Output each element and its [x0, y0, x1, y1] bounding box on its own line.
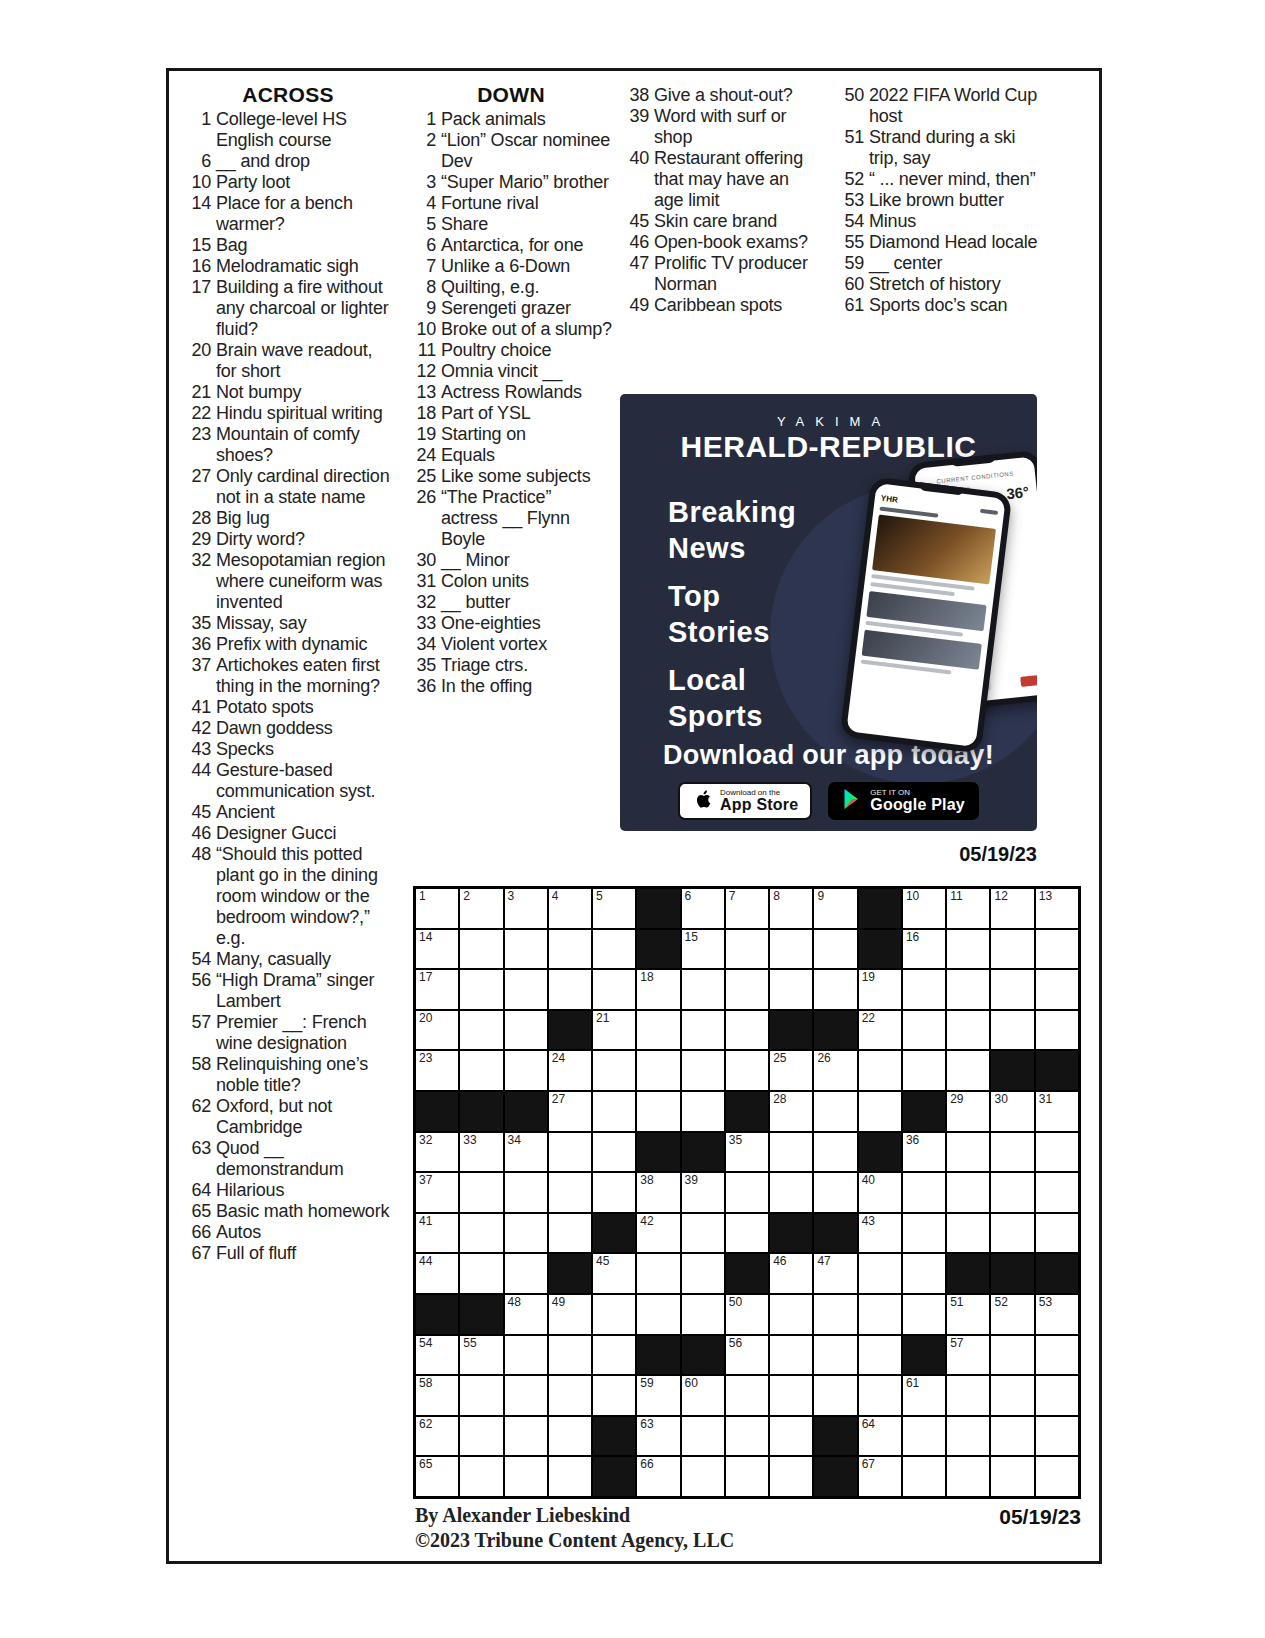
- cell-r6c10[interactable]: [814, 1092, 856, 1131]
- google-play-badge[interactable]: GET IT ON Google Play: [828, 782, 979, 820]
- cell-r8c3[interactable]: [505, 1173, 547, 1212]
- cell-r5c8[interactable]: [726, 1051, 768, 1090]
- cell-number: 51: [950, 1296, 963, 1309]
- cell-r4c14[interactable]: [991, 1011, 1033, 1050]
- cell-r15c12[interactable]: [903, 1457, 945, 1496]
- cell-r7c9[interactable]: [770, 1133, 812, 1172]
- clue-54: 54Many, casually: [185, 949, 391, 970]
- cell-number: 41: [419, 1215, 432, 1228]
- cell-r7c10[interactable]: [814, 1133, 856, 1172]
- cell-r3c5[interactable]: [593, 970, 635, 1009]
- cell-r1c3[interactable]: 3: [505, 889, 547, 928]
- cell-r13c2[interactable]: [460, 1376, 502, 1415]
- cell-r11c8[interactable]: 50: [726, 1295, 768, 1334]
- cell-r11c10[interactable]: [814, 1295, 856, 1334]
- cell-r5c11[interactable]: [859, 1051, 901, 1090]
- cell-r8c12[interactable]: [903, 1173, 945, 1212]
- cell-r2c13[interactable]: [947, 930, 989, 969]
- clue-text: Missay, say: [216, 613, 391, 634]
- cell-r4c12[interactable]: [903, 1011, 945, 1050]
- black-cell-r10c8: [726, 1254, 768, 1293]
- cell-r4c13[interactable]: [947, 1011, 989, 1050]
- cell-r6c7[interactable]: [682, 1092, 724, 1131]
- black-cell-r1c11: [859, 889, 901, 928]
- clue-text: __ Minor: [441, 550, 612, 571]
- clue-number: 6: [410, 235, 441, 256]
- cell-number: 49: [552, 1296, 565, 1309]
- cell-number: 40: [862, 1174, 875, 1187]
- cell-r12c10[interactable]: [814, 1336, 856, 1375]
- clue-number: 19: [410, 424, 441, 445]
- cell-r5c7[interactable]: [682, 1051, 724, 1090]
- clue-text: Bag: [216, 235, 391, 256]
- cell-r3c4[interactable]: [549, 970, 591, 1009]
- cell-r7c4[interactable]: [549, 1133, 591, 1172]
- cell-r9c11[interactable]: 43: [859, 1214, 901, 1253]
- cell-r4c5[interactable]: 21: [593, 1011, 635, 1050]
- clue-62: 62Oxford, but not Cambridge: [185, 1096, 391, 1138]
- cell-r6c14[interactable]: 30: [991, 1092, 1033, 1131]
- clue-55: 55Diamond Head locale: [838, 232, 1038, 253]
- cell-r11c13[interactable]: 51: [947, 1295, 989, 1334]
- cell-r14c8[interactable]: [726, 1417, 768, 1456]
- puzzle-date-bottom: 05/19/23: [414, 1505, 1081, 1529]
- clue-25: 25Like some subjects: [410, 466, 612, 487]
- down-header: DOWN: [410, 83, 612, 107]
- clue-text: Poultry choice: [441, 340, 612, 361]
- cell-r12c1[interactable]: 54: [416, 1336, 458, 1375]
- cell-r1c13[interactable]: 11: [947, 889, 989, 928]
- cell-r13c9[interactable]: [770, 1376, 812, 1415]
- cell-r1c5[interactable]: 5: [593, 889, 635, 928]
- clue-46: 46Designer Gucci: [185, 823, 391, 844]
- cell-r8c5[interactable]: [593, 1173, 635, 1212]
- cell-r8c6[interactable]: 38: [637, 1173, 679, 1212]
- cell-number: 33: [463, 1134, 476, 1147]
- cell-r9c13[interactable]: [947, 1214, 989, 1253]
- cell-r11c7[interactable]: [682, 1295, 724, 1334]
- clue-8: 8Quilting, e.g.: [410, 277, 612, 298]
- clue-32: 32Mesopotamian region where cuneiform wa…: [185, 550, 391, 613]
- clue-number: 10: [410, 319, 441, 340]
- clue-text: Prefix with dynamic: [216, 634, 391, 655]
- clue-18: 18Part of YSL: [410, 403, 612, 424]
- clue-number: 67: [185, 1243, 216, 1264]
- cell-r1c9[interactable]: 8: [770, 889, 812, 928]
- black-cell-r11c1: [416, 1295, 458, 1334]
- cell-r2c2[interactable]: [460, 930, 502, 969]
- cell-r15c7[interactable]: [682, 1457, 724, 1496]
- cell-r8c9[interactable]: [770, 1173, 812, 1212]
- cell-r12c15[interactable]: [1036, 1336, 1078, 1375]
- clue-number: 41: [185, 697, 216, 718]
- cell-r7c15[interactable]: [1036, 1133, 1078, 1172]
- cell-r10c7[interactable]: [682, 1254, 724, 1293]
- cell-r9c8[interactable]: [726, 1214, 768, 1253]
- cell-r1c8[interactable]: 7: [726, 889, 768, 928]
- cell-r12c14[interactable]: [991, 1336, 1033, 1375]
- cell-r6c9[interactable]: 28: [770, 1092, 812, 1131]
- cell-r2c8[interactable]: [726, 930, 768, 969]
- cell-r11c4[interactable]: 49: [549, 1295, 591, 1334]
- clue-text: Strand during a ski trip, say: [869, 127, 1038, 169]
- cell-r9c4[interactable]: [549, 1214, 591, 1253]
- cell-r13c5[interactable]: [593, 1376, 635, 1415]
- cell-number: 64: [862, 1418, 875, 1431]
- cell-r9c2[interactable]: [460, 1214, 502, 1253]
- clue-text: Open-book exams?: [654, 232, 823, 253]
- cell-r11c9[interactable]: [770, 1295, 812, 1334]
- cell-r6c13[interactable]: 29: [947, 1092, 989, 1131]
- cell-r15c14[interactable]: [991, 1457, 1033, 1496]
- cell-number: 25: [773, 1052, 786, 1065]
- clue-53: 53Like brown butter: [838, 190, 1038, 211]
- clue-61: 61Sports doc’s scan: [838, 295, 1038, 316]
- clue-43: 43Specks: [185, 739, 391, 760]
- cell-r5c4[interactable]: 24: [549, 1051, 591, 1090]
- cell-r2c14[interactable]: [991, 930, 1033, 969]
- cell-r6c4[interactable]: 27: [549, 1092, 591, 1131]
- cell-r10c12[interactable]: [903, 1254, 945, 1293]
- cell-number: 23: [419, 1052, 432, 1065]
- cell-r6c5[interactable]: [593, 1092, 635, 1131]
- clue-4: 4Fortune rival: [410, 193, 612, 214]
- clue-number: 40: [623, 148, 654, 211]
- cell-r15c8[interactable]: [726, 1457, 768, 1496]
- cell-r3c12[interactable]: [903, 970, 945, 1009]
- cell-r10c1[interactable]: 44: [416, 1254, 458, 1293]
- cell-r7c5[interactable]: [593, 1133, 635, 1172]
- cell-r5c1[interactable]: 23: [416, 1051, 458, 1090]
- clue-16: 16Melodramatic sigh: [185, 256, 391, 277]
- cell-r7c3[interactable]: 34: [505, 1133, 547, 1172]
- cell-r12c13[interactable]: 57: [947, 1336, 989, 1375]
- black-cell-r12c7: [682, 1336, 724, 1375]
- cell-r12c2[interactable]: 55: [460, 1336, 502, 1375]
- cell-r10c3[interactable]: [505, 1254, 547, 1293]
- cell-r6c11[interactable]: [859, 1092, 901, 1131]
- clue-34: 34Violent vortex: [410, 634, 612, 655]
- cell-r4c1[interactable]: 20: [416, 1011, 458, 1050]
- cell-number: 54: [419, 1337, 432, 1350]
- cell-r13c3[interactable]: [505, 1376, 547, 1415]
- cell-r14c1[interactable]: 62: [416, 1417, 458, 1456]
- cell-r9c3[interactable]: [505, 1214, 547, 1253]
- cell-r15c13[interactable]: [947, 1457, 989, 1496]
- cell-r8c1[interactable]: 37: [416, 1173, 458, 1212]
- cell-r12c4[interactable]: [549, 1336, 591, 1375]
- cell-r14c9[interactable]: [770, 1417, 812, 1456]
- cell-number: 67: [862, 1458, 875, 1471]
- cell-r13c1[interactable]: 58: [416, 1376, 458, 1415]
- cell-r1c12[interactable]: 10: [903, 889, 945, 928]
- clue-6: 6Antarctica, for one: [410, 235, 612, 256]
- cell-r3c10[interactable]: [814, 970, 856, 1009]
- cell-r14c7[interactable]: [682, 1417, 724, 1456]
- cell-r13c15[interactable]: [1036, 1376, 1078, 1415]
- cell-r2c15[interactable]: [1036, 930, 1078, 969]
- cell-r13c4[interactable]: [549, 1376, 591, 1415]
- cell-r11c14[interactable]: 52: [991, 1295, 1033, 1334]
- cell-r4c8[interactable]: [726, 1011, 768, 1050]
- cell-r14c14[interactable]: [991, 1417, 1033, 1456]
- cell-r3c14[interactable]: [991, 970, 1033, 1009]
- cell-r10c10[interactable]: 47: [814, 1254, 856, 1293]
- cell-r1c1[interactable]: 1: [416, 889, 458, 928]
- cell-r8c4[interactable]: [549, 1173, 591, 1212]
- cell-r11c3[interactable]: 48: [505, 1295, 547, 1334]
- clue-number: 49: [623, 295, 654, 316]
- cell-r1c2[interactable]: 2: [460, 889, 502, 928]
- cell-r6c6[interactable]: [637, 1092, 679, 1131]
- cell-r14c2[interactable]: [460, 1417, 502, 1456]
- cell-r14c13[interactable]: [947, 1417, 989, 1456]
- cell-r3c13[interactable]: [947, 970, 989, 1009]
- cell-r5c5[interactable]: [593, 1051, 635, 1090]
- cell-r3c9[interactable]: [770, 970, 812, 1009]
- cell-r2c3[interactable]: [505, 930, 547, 969]
- cell-r5c3[interactable]: [505, 1051, 547, 1090]
- across-clues-column: ACROSS 1College-level HS English course6…: [185, 83, 391, 1264]
- clue-number: 51: [838, 127, 869, 169]
- cell-r8c11[interactable]: 40: [859, 1173, 901, 1212]
- cell-r3c8[interactable]: [726, 970, 768, 1009]
- clue-number: 54: [838, 211, 869, 232]
- clue-45: 45Skin care brand: [623, 211, 823, 232]
- clue-text: Premier __: French wine designation: [216, 1012, 391, 1054]
- clue-number: 37: [185, 655, 216, 697]
- cell-r8c14[interactable]: [991, 1173, 1033, 1212]
- cell-r5c2[interactable]: [460, 1051, 502, 1090]
- clue-7: 7Unlike a 6-Down: [410, 256, 612, 277]
- cell-r2c4[interactable]: [549, 930, 591, 969]
- cell-r11c5[interactable]: [593, 1295, 635, 1334]
- cell-number: 8: [773, 890, 780, 903]
- cell-number: 66: [640, 1458, 653, 1471]
- clue-number: 4: [410, 193, 441, 214]
- cell-r5c10[interactable]: 26: [814, 1051, 856, 1090]
- cell-r12c8[interactable]: 56: [726, 1336, 768, 1375]
- cell-r7c14[interactable]: [991, 1133, 1033, 1172]
- cell-r15c15[interactable]: [1036, 1457, 1078, 1496]
- clue-number: 29: [185, 529, 216, 550]
- cell-number: 4: [552, 890, 559, 903]
- cell-r5c13[interactable]: [947, 1051, 989, 1090]
- clue-text: One-eighties: [441, 613, 612, 634]
- cell-r9c14[interactable]: [991, 1214, 1033, 1253]
- clue-3: 3“Super Mario” brother: [410, 172, 612, 193]
- cell-r3c15[interactable]: [1036, 970, 1078, 1009]
- clue-text: Stretch of history: [869, 274, 1038, 295]
- cell-r15c9[interactable]: [770, 1457, 812, 1496]
- clue-number: 38: [623, 85, 654, 106]
- cell-r8c15[interactable]: [1036, 1173, 1078, 1212]
- cell-r4c15[interactable]: [1036, 1011, 1078, 1050]
- cell-r13c14[interactable]: [991, 1376, 1033, 1415]
- cell-number: 12: [994, 890, 1007, 903]
- cell-r12c5[interactable]: [593, 1336, 635, 1375]
- clue-5: 5Share: [410, 214, 612, 235]
- cell-r3c7[interactable]: [682, 970, 724, 1009]
- cell-r2c10[interactable]: [814, 930, 856, 969]
- clue-text: Basic math homework: [216, 1201, 391, 1222]
- clue-text: Equals: [441, 445, 612, 466]
- clue-64: 64Hilarious: [185, 1180, 391, 1201]
- cell-r15c1[interactable]: 65: [416, 1457, 458, 1496]
- cell-r14c6[interactable]: 63: [637, 1417, 679, 1456]
- puzzle-date-top: 05/19/23: [620, 843, 1037, 866]
- cell-number: 9: [817, 890, 824, 903]
- clue-number: 65: [185, 1201, 216, 1222]
- clue-text: “ ... never mind, then”: [869, 169, 1038, 190]
- cell-r9c12[interactable]: [903, 1214, 945, 1253]
- cell-r3c1[interactable]: 17: [416, 970, 458, 1009]
- clue-22: 22Hindu spiritual writing: [185, 403, 391, 424]
- cell-r13c11[interactable]: [859, 1376, 901, 1415]
- cell-r8c2[interactable]: [460, 1173, 502, 1212]
- cell-r11c12[interactable]: [903, 1295, 945, 1334]
- cell-r9c1[interactable]: 41: [416, 1214, 458, 1253]
- cell-r9c7[interactable]: [682, 1214, 724, 1253]
- cell-number: 14: [419, 931, 432, 944]
- cell-r11c6[interactable]: [637, 1295, 679, 1334]
- clue-number: 2: [410, 130, 441, 172]
- cell-r3c3[interactable]: [505, 970, 547, 1009]
- cell-r5c6[interactable]: [637, 1051, 679, 1090]
- cell-r10c5[interactable]: 45: [593, 1254, 635, 1293]
- cell-r3c2[interactable]: [460, 970, 502, 1009]
- cell-r15c3[interactable]: [505, 1457, 547, 1496]
- cell-r13c8[interactable]: [726, 1376, 768, 1415]
- clue-text: Autos: [216, 1222, 391, 1243]
- store-badges: Download on the App Store GET IT ON: [620, 782, 1037, 820]
- clue-text: Restaurant offering that may have an age…: [654, 148, 823, 211]
- clue-number: 36: [185, 634, 216, 655]
- clue-number: 25: [410, 466, 441, 487]
- cell-r7c1[interactable]: 32: [416, 1133, 458, 1172]
- cell-r13c13[interactable]: [947, 1376, 989, 1415]
- cell-r2c12[interactable]: 16: [903, 930, 945, 969]
- black-cell-r14c10: [814, 1417, 856, 1456]
- cell-r11c15[interactable]: 53: [1036, 1295, 1078, 1334]
- clue-text: Skin care brand: [654, 211, 823, 232]
- cell-r1c7[interactable]: 6: [682, 889, 724, 928]
- cell-r10c11[interactable]: [859, 1254, 901, 1293]
- clue-number: 15: [185, 235, 216, 256]
- ad-feature: Top Stories: [668, 578, 818, 650]
- cell-r15c6[interactable]: 66: [637, 1457, 679, 1496]
- clue-number: 27: [185, 466, 216, 508]
- clue-number: 48: [185, 844, 216, 949]
- clue-67: 67Full of fluff: [185, 1243, 391, 1264]
- cell-r3c6[interactable]: 18: [637, 970, 679, 1009]
- black-cell-r7c7: [682, 1133, 724, 1172]
- cell-r1c10[interactable]: 9: [814, 889, 856, 928]
- clue-number: 45: [623, 211, 654, 232]
- app-store-badge[interactable]: Download on the App Store: [678, 782, 812, 820]
- clue-41: 41Potato spots: [185, 697, 391, 718]
- clue-40: 40Restaurant offering that may have an a…: [623, 148, 823, 211]
- cell-r15c2[interactable]: [460, 1457, 502, 1496]
- cell-r7c12[interactable]: 36: [903, 1133, 945, 1172]
- cell-r2c7[interactable]: 15: [682, 930, 724, 969]
- cell-r14c3[interactable]: [505, 1417, 547, 1456]
- cell-r5c12[interactable]: [903, 1051, 945, 1090]
- cell-r15c11[interactable]: 67: [859, 1457, 901, 1496]
- cell-r8c13[interactable]: [947, 1173, 989, 1212]
- clue-text: Place for a bench warmer?: [216, 193, 391, 235]
- clue-number: 55: [838, 232, 869, 253]
- cell-r9c15[interactable]: [1036, 1214, 1078, 1253]
- cell-r7c8[interactable]: 35: [726, 1133, 768, 1172]
- clue-23: 23Mountain of comfy shoes?: [185, 424, 391, 466]
- cell-r4c6[interactable]: [637, 1011, 679, 1050]
- clue-47: 47Prolific TV producer Norman: [623, 253, 823, 295]
- cell-r14c12[interactable]: [903, 1417, 945, 1456]
- cell-r10c9[interactable]: 46: [770, 1254, 812, 1293]
- cell-r2c1[interactable]: 14: [416, 930, 458, 969]
- cell-r14c11[interactable]: 64: [859, 1417, 901, 1456]
- cell-r13c10[interactable]: [814, 1376, 856, 1415]
- cell-r12c11[interactable]: [859, 1336, 901, 1375]
- clue-number: 64: [185, 1180, 216, 1201]
- cell-r2c5[interactable]: [593, 930, 635, 969]
- cell-r8c7[interactable]: 39: [682, 1173, 724, 1212]
- clue-65: 65Basic math homework: [185, 1201, 391, 1222]
- cell-r4c2[interactable]: [460, 1011, 502, 1050]
- cell-r5c9[interactable]: 25: [770, 1051, 812, 1090]
- black-cell-r12c12: [903, 1336, 945, 1375]
- cell-r1c4[interactable]: 4: [549, 889, 591, 928]
- cell-r7c2[interactable]: 33: [460, 1133, 502, 1172]
- clue-number: 5: [410, 214, 441, 235]
- cell-r1c15[interactable]: 13: [1036, 889, 1078, 928]
- cell-r12c9[interactable]: [770, 1336, 812, 1375]
- cell-r10c6[interactable]: [637, 1254, 679, 1293]
- cell-r1c14[interactable]: 12: [991, 889, 1033, 928]
- cell-r6c15[interactable]: 31: [1036, 1092, 1078, 1131]
- clue-number: 13: [410, 382, 441, 403]
- cell-r4c7[interactable]: [682, 1011, 724, 1050]
- clue-text: Quod __ demonstrandum: [216, 1138, 391, 1180]
- clue-60: 60Stretch of history: [838, 274, 1038, 295]
- cell-r13c7[interactable]: 60: [682, 1376, 724, 1415]
- cell-r11c11[interactable]: [859, 1295, 901, 1334]
- cell-r3c11[interactable]: 19: [859, 970, 901, 1009]
- cell-r14c15[interactable]: [1036, 1417, 1078, 1456]
- cell-r2c9[interactable]: [770, 930, 812, 969]
- across-header: ACROSS: [185, 83, 391, 107]
- black-cell-r5c15: [1036, 1051, 1078, 1090]
- cell-r4c11[interactable]: 22: [859, 1011, 901, 1050]
- clue-59: 59__ center: [838, 253, 1038, 274]
- cell-r12c3[interactable]: [505, 1336, 547, 1375]
- cell-r14c4[interactable]: [549, 1417, 591, 1456]
- black-cell-r9c10: [814, 1214, 856, 1253]
- cell-r4c3[interactable]: [505, 1011, 547, 1050]
- cell-r8c8[interactable]: [726, 1173, 768, 1212]
- cell-r8c10[interactable]: [814, 1173, 856, 1212]
- cell-r13c12[interactable]: 61: [903, 1376, 945, 1415]
- clue-number: 52: [838, 169, 869, 190]
- clue-text: Dirty word?: [216, 529, 391, 550]
- clue-text: In the offing: [441, 676, 612, 697]
- cell-r9c6[interactable]: 42: [637, 1214, 679, 1253]
- cell-r15c4[interactable]: [549, 1457, 591, 1496]
- cell-r10c2[interactable]: [460, 1254, 502, 1293]
- cell-r13c6[interactable]: 59: [637, 1376, 679, 1415]
- cell-r7c13[interactable]: [947, 1133, 989, 1172]
